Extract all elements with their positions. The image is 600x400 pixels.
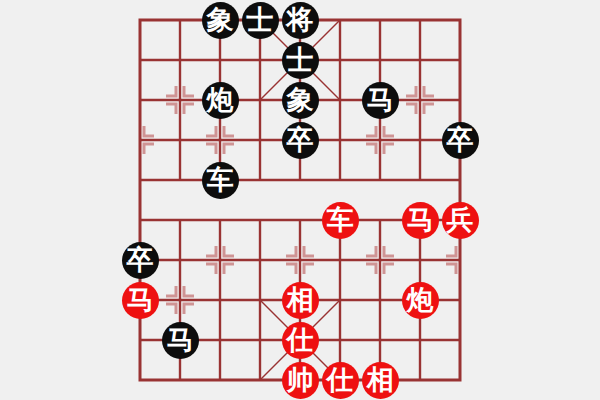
- piece-red-cannon[interactable]: 炮: [402, 282, 439, 319]
- piece-black-advisor[interactable]: 士: [242, 2, 279, 39]
- piece-black-horse[interactable]: 马: [162, 322, 199, 359]
- piece-red-soldier[interactable]: 兵: [442, 202, 479, 239]
- piece-red-elephant[interactable]: 相: [282, 282, 319, 319]
- piece-red-horse[interactable]: 马: [402, 202, 439, 239]
- piece-black-cannon[interactable]: 炮: [202, 82, 239, 119]
- piece-black-soldier[interactable]: 卒: [122, 242, 159, 279]
- piece-red-advisor[interactable]: 仕: [322, 362, 359, 399]
- piece-black-chariot[interactable]: 车: [202, 162, 239, 199]
- piece-black-soldier[interactable]: 卒: [282, 122, 319, 159]
- piece-red-general[interactable]: 帅: [282, 362, 319, 399]
- piece-red-elephant[interactable]: 相: [362, 362, 399, 399]
- piece-black-advisor[interactable]: 士: [282, 42, 319, 79]
- xiangqi-board[interactable]: 象士将士炮象马卒卒车车马兵卒马相炮马仕帅仕相: [120, 0, 480, 400]
- piece-black-elephant[interactable]: 象: [282, 82, 319, 119]
- piece-red-horse[interactable]: 马: [122, 282, 159, 319]
- piece-red-advisor[interactable]: 仕: [282, 322, 319, 359]
- piece-black-elephant[interactable]: 象: [202, 2, 239, 39]
- piece-black-general[interactable]: 将: [282, 2, 319, 39]
- piece-black-soldier[interactable]: 卒: [442, 122, 479, 159]
- xiangqi-app: 象士将士炮象马卒卒车车马兵卒马相炮马仕帅仕相: [0, 0, 600, 400]
- piece-black-horse[interactable]: 马: [362, 82, 399, 119]
- piece-red-chariot[interactable]: 车: [322, 202, 359, 239]
